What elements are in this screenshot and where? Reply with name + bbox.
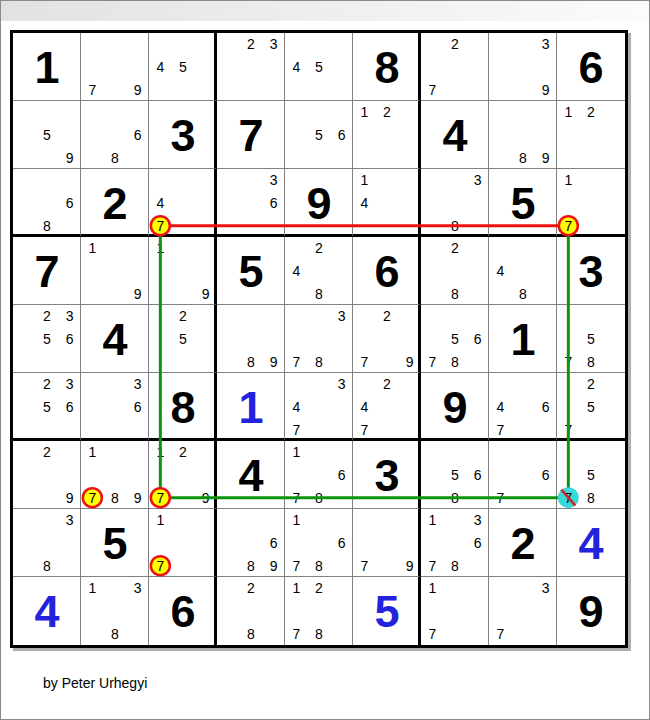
candidate-8 (308, 146, 331, 169)
cell-r4c6[interactable]: 6 (353, 237, 421, 305)
candidate-6 (58, 464, 81, 487)
candidate-8 (104, 282, 127, 305)
candidate-5: 5 (308, 56, 331, 79)
cell-r7c5[interactable]: 1678 (285, 441, 353, 509)
candidate-grid: 2356 (13, 305, 81, 373)
cell-r7c7[interactable]: 568 (421, 441, 489, 509)
candidate-grid: 36 (217, 169, 285, 237)
cell-r9c5[interactable]: 1278 (285, 577, 353, 645)
candidate-grid: 5678 (421, 305, 489, 373)
candidate-3 (602, 373, 625, 396)
cell-r6c6[interactable]: 247 (353, 373, 421, 441)
candidate-2 (172, 33, 195, 56)
candidate-6: 6 (330, 124, 353, 147)
candidate-8: 8 (444, 350, 467, 373)
cell-r3c7[interactable]: 38 (421, 169, 489, 237)
candidate-8 (512, 418, 535, 441)
candidate-5 (376, 396, 399, 419)
given-digit: 4 (421, 101, 489, 169)
cell-r1c8[interactable]: 39 (489, 33, 557, 101)
cell-r8c5[interactable]: 1678 (285, 509, 353, 577)
candidate-4 (557, 124, 580, 147)
candidate-5 (444, 192, 467, 215)
candidate-grid: 578 (557, 441, 625, 509)
given-digit: 7 (217, 101, 285, 169)
candidate-4 (421, 260, 444, 283)
cell-r2c9[interactable]: 12 (557, 101, 625, 169)
cell-r1c4[interactable]: 23 (217, 33, 285, 101)
candidate-5 (36, 192, 59, 215)
candidate-7 (81, 622, 104, 645)
candidate-grid: 39 (489, 33, 557, 101)
candidate-2: 2 (172, 441, 195, 464)
candidate-6 (194, 192, 217, 215)
candidate-2 (308, 101, 331, 124)
candidate-9 (398, 146, 421, 169)
candidate-5: 5 (36, 328, 59, 351)
cell-r5c7[interactable]: 5678 (421, 305, 489, 373)
candidate-2: 2 (376, 101, 399, 124)
candidate-4 (81, 260, 104, 283)
candidate-2: 2 (444, 33, 467, 56)
cell-r2c7[interactable]: 4 (421, 101, 489, 169)
candidate-7: 7 (81, 78, 104, 101)
candidate-3 (602, 441, 625, 464)
candidate-3 (194, 509, 217, 532)
candidate-8 (512, 622, 535, 645)
candidate-4 (285, 532, 308, 555)
candidate-4 (285, 124, 308, 147)
cell-r2c4[interactable]: 7 (217, 101, 285, 169)
candidate-5 (240, 56, 263, 79)
candidate-3: 3 (466, 169, 489, 192)
candidate-9 (466, 554, 489, 577)
candidate-1 (149, 305, 172, 328)
cell-r5c6[interactable]: 279 (353, 305, 421, 373)
candidate-3: 3 (58, 305, 81, 328)
candidate-7 (149, 78, 172, 101)
candidate-2 (104, 441, 127, 464)
cell-r3c3[interactable]: 47 (149, 169, 217, 237)
candidate-grid: 36 (81, 373, 149, 441)
candidate-2: 2 (36, 373, 59, 396)
candidate-9 (262, 214, 285, 237)
candidate-4 (13, 464, 36, 487)
candidate-2 (104, 33, 127, 56)
cell-r9c6[interactable]: 5 (353, 577, 421, 645)
cell-r5c4[interactable]: 89 (217, 305, 285, 373)
candidate-5 (240, 328, 263, 351)
candidate-5 (512, 464, 535, 487)
candidate-9 (330, 146, 353, 169)
candidate-6 (602, 464, 625, 487)
cell-r8c9[interactable]: 4 (557, 509, 625, 577)
candidate-3 (126, 101, 149, 124)
candidate-4 (353, 328, 376, 351)
candidate-5 (104, 396, 127, 419)
cell-r9c3[interactable]: 6 (149, 577, 217, 645)
cell-r1c7[interactable]: 27 (421, 33, 489, 101)
cell-r8c4[interactable]: 689 (217, 509, 285, 577)
candidate-1 (13, 101, 36, 124)
candidate-4 (421, 56, 444, 79)
cell-r8c3[interactable]: 17 (149, 509, 217, 577)
candidate-7 (285, 282, 308, 305)
cell-r9c1[interactable]: 4 (13, 577, 81, 645)
cell-r8c8[interactable]: 2 (489, 509, 557, 577)
candidate-7 (149, 350, 172, 373)
cell-r1c1[interactable]: 1 (13, 33, 81, 101)
candidate-9 (466, 622, 489, 645)
candidate-9 (330, 418, 353, 441)
solved-digit: 4 (13, 577, 81, 645)
candidate-8 (512, 78, 535, 101)
candidate-6: 6 (126, 396, 149, 419)
candidate-8 (172, 214, 195, 237)
candidate-grid: 28 (421, 237, 489, 305)
candidate-grid: 23 (217, 33, 285, 101)
candidate-8: 8 (36, 554, 59, 577)
candidate-7 (421, 214, 444, 237)
candidate-4 (557, 396, 580, 419)
candidate-grid: 67 (489, 441, 557, 509)
candidate-grid: 79 (81, 33, 149, 101)
cell-r4c9[interactable]: 3 (557, 237, 625, 305)
cell-r6c1[interactable]: 2356 (13, 373, 81, 441)
given-digit: 4 (81, 305, 149, 373)
candidate-2 (308, 373, 331, 396)
candidate-6 (194, 56, 217, 79)
cell-r9c7[interactable]: 17 (421, 577, 489, 645)
candidate-3 (602, 305, 625, 328)
cell-r1c9[interactable]: 6 (557, 33, 625, 101)
cell-r3c5[interactable]: 9 (285, 169, 353, 237)
candidate-6 (126, 464, 149, 487)
candidate-2 (444, 577, 467, 600)
candidate-3 (466, 305, 489, 328)
candidate-6 (602, 192, 625, 215)
candidate-7 (489, 146, 512, 169)
cell-r3c6[interactable]: 14 (353, 169, 421, 237)
candidate-6 (534, 124, 557, 147)
cell-r9c4[interactable]: 28 (217, 577, 285, 645)
cell-r2c3[interactable]: 3 (149, 101, 217, 169)
candidate-grid: 578 (557, 305, 625, 373)
candidate-4 (149, 260, 172, 283)
candidate-9: 9 (194, 282, 217, 305)
candidate-2 (580, 305, 603, 328)
candidate-8: 8 (308, 622, 331, 645)
cell-r3c2[interactable]: 2 (81, 169, 149, 237)
candidate-8 (172, 554, 195, 577)
candidate-5: 5 (580, 328, 603, 351)
cell-r3c4[interactable]: 36 (217, 169, 285, 237)
candidate-9: 9 (262, 350, 285, 373)
candidate-6 (194, 328, 217, 351)
cell-r1c3[interactable]: 45 (149, 33, 217, 101)
sudoku-grid: 1794523458273965968375612489126824736914… (13, 33, 625, 645)
cell-r9c9[interactable]: 9 (557, 577, 625, 645)
candidate-9: 9 (58, 486, 81, 509)
cell-r8c7[interactable]: 13678 (421, 509, 489, 577)
cell-r7c8[interactable]: 67 (489, 441, 557, 509)
candidate-grid: 28 (217, 577, 285, 645)
cell-r8c6[interactable]: 79 (353, 509, 421, 577)
candidate-3 (194, 305, 217, 328)
candidate-9 (534, 622, 557, 645)
candidate-7: 7 (353, 418, 376, 441)
candidate-7: 7 (489, 622, 512, 645)
candidate-6: 6 (262, 192, 285, 215)
candidate-7: 7 (285, 486, 308, 509)
candidate-4 (81, 124, 104, 147)
given-digit: 9 (421, 373, 489, 441)
cell-r4c3[interactable]: 19 (149, 237, 217, 305)
cell-r4c8[interactable]: 48 (489, 237, 557, 305)
candidate-6 (330, 260, 353, 283)
given-digit: 4 (217, 441, 285, 509)
candidate-5 (512, 260, 535, 283)
candidate-9 (330, 554, 353, 577)
candidate-1 (285, 33, 308, 56)
cell-r4c1[interactable]: 7 (13, 237, 81, 305)
candidate-6: 6 (466, 464, 489, 487)
cell-r2c8[interactable]: 89 (489, 101, 557, 169)
applet-window: 1794523458273965968375612489126824736914… (0, 0, 650, 720)
candidate-7: 7 (149, 486, 172, 509)
candidate-9 (194, 214, 217, 237)
candidate-9 (534, 486, 557, 509)
candidate-1: 1 (285, 577, 308, 600)
cell-r8c2[interactable]: 5 (81, 509, 149, 577)
candidate-grid: 38 (421, 169, 489, 237)
candidate-8 (172, 486, 195, 509)
cell-r6c7[interactable]: 9 (421, 373, 489, 441)
cell-r2c2[interactable]: 68 (81, 101, 149, 169)
candidate-4 (557, 328, 580, 351)
cell-r6c8[interactable]: 467 (489, 373, 557, 441)
candidate-5: 5 (36, 396, 59, 419)
candidate-6 (534, 600, 557, 623)
given-digit: 3 (557, 237, 625, 305)
candidate-2: 2 (36, 441, 59, 464)
cell-r4c5[interactable]: 248 (285, 237, 353, 305)
cell-r6c2[interactable]: 36 (81, 373, 149, 441)
cell-r1c5[interactable]: 45 (285, 33, 353, 101)
cell-r6c9[interactable]: 257 (557, 373, 625, 441)
candidate-1 (557, 305, 580, 328)
given-digit: 8 (149, 373, 217, 441)
candidate-2 (104, 577, 127, 600)
candidate-7 (81, 146, 104, 169)
candidate-9 (194, 554, 217, 577)
candidate-1 (489, 237, 512, 260)
candidate-3 (194, 169, 217, 192)
candidate-2 (36, 509, 59, 532)
candidate-6 (466, 600, 489, 623)
candidate-5 (240, 532, 263, 555)
candidate-3 (398, 101, 421, 124)
cell-r4c7[interactable]: 28 (421, 237, 489, 305)
candidate-3 (398, 509, 421, 532)
candidate-1 (489, 441, 512, 464)
cell-r5c8[interactable]: 1 (489, 305, 557, 373)
cell-r3c8[interactable]: 5 (489, 169, 557, 237)
cell-r1c6[interactable]: 8 (353, 33, 421, 101)
candidate-3 (466, 237, 489, 260)
cell-r9c2[interactable]: 138 (81, 577, 149, 645)
candidate-2: 2 (580, 101, 603, 124)
candidate-8 (36, 146, 59, 169)
candidate-4 (421, 192, 444, 215)
candidate-1 (421, 305, 444, 328)
candidate-9: 9 (262, 554, 285, 577)
cell-r7c1[interactable]: 29 (13, 441, 81, 509)
candidate-5 (308, 464, 331, 487)
candidate-2 (104, 373, 127, 396)
candidate-4 (557, 464, 580, 487)
candidate-grid: 19 (81, 237, 149, 305)
cell-r3c9[interactable]: 17 (557, 169, 625, 237)
cell-r5c2[interactable]: 4 (81, 305, 149, 373)
candidate-6 (126, 56, 149, 79)
cell-r2c6[interactable]: 12 (353, 101, 421, 169)
given-digit: 9 (557, 577, 625, 645)
candidate-3 (466, 441, 489, 464)
candidate-2 (104, 101, 127, 124)
candidate-3: 3 (534, 577, 557, 600)
candidate-5 (104, 56, 127, 79)
candidate-2 (580, 169, 603, 192)
cell-r7c2[interactable]: 1789 (81, 441, 149, 509)
candidate-3: 3 (58, 373, 81, 396)
candidate-3 (194, 441, 217, 464)
candidate-9 (58, 554, 81, 577)
candidate-2: 2 (308, 237, 331, 260)
candidate-1: 1 (149, 509, 172, 532)
candidate-8: 8 (240, 554, 263, 577)
cell-r5c5[interactable]: 378 (285, 305, 353, 373)
candidate-9 (602, 214, 625, 237)
candidate-4: 4 (285, 396, 308, 419)
candidate-9 (58, 214, 81, 237)
candidate-7 (13, 214, 36, 237)
candidate-1 (421, 237, 444, 260)
candidate-1 (81, 33, 104, 56)
solved-digit: 5 (353, 577, 421, 645)
candidate-9 (330, 282, 353, 305)
candidate-2 (512, 33, 535, 56)
cell-r5c3[interactable]: 25 (149, 305, 217, 373)
candidate-8: 8 (444, 554, 467, 577)
cell-r7c4[interactable]: 4 (217, 441, 285, 509)
cell-r2c5[interactable]: 56 (285, 101, 353, 169)
candidate-7 (353, 214, 376, 237)
given-digit: 5 (217, 237, 285, 305)
candidate-8 (36, 418, 59, 441)
candidate-1 (13, 509, 36, 532)
cell-r9c8[interactable]: 37 (489, 577, 557, 645)
cell-r6c5[interactable]: 347 (285, 373, 353, 441)
candidate-5 (376, 532, 399, 555)
candidate-7 (13, 554, 36, 577)
candidate-5 (444, 56, 467, 79)
candidate-4 (13, 124, 36, 147)
candidate-8 (240, 78, 263, 101)
candidate-7 (217, 622, 240, 645)
cell-r3c1[interactable]: 68 (13, 169, 81, 237)
cell-r7c3[interactable]: 1279 (149, 441, 217, 509)
candidate-1 (13, 441, 36, 464)
given-digit: 8 (353, 33, 421, 101)
candidate-5 (308, 260, 331, 283)
candidate-1: 1 (421, 509, 444, 532)
candidate-8: 8 (308, 350, 331, 373)
cell-r5c1[interactable]: 2356 (13, 305, 81, 373)
candidate-5 (512, 124, 535, 147)
cell-r8c1[interactable]: 38 (13, 509, 81, 577)
candidate-6 (602, 328, 625, 351)
candidate-1 (217, 305, 240, 328)
candidate-7: 7 (353, 554, 376, 577)
candidate-1 (149, 33, 172, 56)
candidate-9 (330, 78, 353, 101)
candidate-5 (172, 464, 195, 487)
candidate-8: 8 (512, 146, 535, 169)
cell-r2c1[interactable]: 59 (13, 101, 81, 169)
candidate-6 (58, 124, 81, 147)
cell-r1c2[interactable]: 79 (81, 33, 149, 101)
candidate-8: 8 (240, 622, 263, 645)
candidate-1 (557, 373, 580, 396)
candidate-2 (444, 305, 467, 328)
given-digit: 9 (285, 169, 353, 237)
candidate-3 (58, 169, 81, 192)
candidate-3 (262, 509, 285, 532)
cell-r5c9[interactable]: 578 (557, 305, 625, 373)
candidate-4 (81, 396, 104, 419)
cell-r4c4[interactable]: 5 (217, 237, 285, 305)
candidate-6 (398, 124, 421, 147)
candidate-grid: 378 (285, 305, 353, 373)
candidate-3 (126, 441, 149, 464)
candidate-9 (330, 350, 353, 373)
candidate-1 (489, 33, 512, 56)
candidate-5 (36, 532, 59, 555)
candidate-2 (172, 169, 195, 192)
cell-r6c4[interactable]: 1 (217, 373, 285, 441)
candidate-9: 9 (58, 146, 81, 169)
cell-r7c6[interactable]: 3 (353, 441, 421, 509)
candidate-2 (512, 577, 535, 600)
candidate-4 (149, 464, 172, 487)
given-digit: 6 (353, 237, 421, 305)
cell-r4c2[interactable]: 19 (81, 237, 149, 305)
candidate-1 (149, 169, 172, 192)
solved-digit: 4 (557, 509, 625, 577)
candidate-4 (217, 328, 240, 351)
candidate-grid: 38 (13, 509, 81, 577)
candidate-grid: 59 (13, 101, 81, 169)
candidate-1: 1 (81, 237, 104, 260)
candidate-grid: 37 (489, 577, 557, 645)
candidate-1: 1 (353, 101, 376, 124)
candidate-2: 2 (376, 305, 399, 328)
candidate-1 (285, 373, 308, 396)
cell-r7c9[interactable]: 578 (557, 441, 625, 509)
candidate-6: 6 (534, 396, 557, 419)
cell-r6c3[interactable]: 8 (149, 373, 217, 441)
